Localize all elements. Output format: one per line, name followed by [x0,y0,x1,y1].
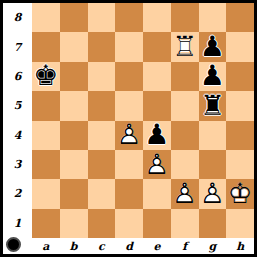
square-a6[interactable]: ♚ [32,62,60,91]
square-e4[interactable]: ♟ [143,121,171,150]
rank-label-7: 7 [3,32,32,61]
white-pawn[interactable]: ♟♙ [200,180,225,208]
pawn-outline: ♙ [144,148,169,181]
board-corner [3,238,32,254]
square-h7[interactable] [226,32,254,61]
square-b5[interactable] [60,91,88,120]
file-label-b: b [60,238,88,254]
white-rook[interactable]: ♜♖ [172,33,197,61]
white-pawn[interactable]: ♟♙ [144,151,169,179]
square-d6[interactable] [115,62,143,91]
square-c5[interactable] [88,91,116,120]
rank-label-1: 1 [3,209,32,238]
square-f2[interactable]: ♟♙ [171,179,199,208]
square-e3[interactable]: ♟♙ [143,150,171,179]
square-d4[interactable]: ♟♙ [115,121,143,150]
white-pawn[interactable]: ♟♙ [117,121,142,149]
file-label-h: h [226,238,254,254]
rank-label-2: 2 [3,179,32,208]
square-a7[interactable] [32,32,60,61]
square-g5[interactable]: ♜ [199,91,227,120]
square-a1[interactable] [32,209,60,238]
square-h5[interactable] [226,91,254,120]
square-d2[interactable] [115,179,143,208]
black-to-move-indicator [6,237,21,252]
square-c4[interactable] [88,121,116,150]
rank-label-6: 6 [3,62,32,91]
square-g2[interactable]: ♟♙ [199,179,227,208]
square-e1[interactable] [143,209,171,238]
square-c8[interactable] [88,3,116,32]
square-b4[interactable] [60,121,88,150]
king-outline: ♔ [228,177,253,210]
square-f7[interactable]: ♜♖ [171,32,199,61]
square-g6[interactable]: ♟ [199,62,227,91]
square-h6[interactable] [226,62,254,91]
square-d3[interactable] [115,150,143,179]
rank-label-3: 3 [3,150,32,179]
square-a5[interactable] [32,91,60,120]
square-f6[interactable] [171,62,199,91]
square-b3[interactable] [60,150,88,179]
square-e8[interactable] [143,3,171,32]
square-d8[interactable] [115,3,143,32]
file-labels: abcdefgh [32,238,254,254]
square-h3[interactable] [226,150,254,179]
square-c1[interactable] [88,209,116,238]
square-c2[interactable] [88,179,116,208]
square-d1[interactable] [115,209,143,238]
square-b2[interactable] [60,179,88,208]
square-e7[interactable] [143,32,171,61]
white-pawn[interactable]: ♟♙ [172,180,197,208]
black-rook[interactable]: ♜ [200,92,225,120]
square-b6[interactable] [60,62,88,91]
black-pawn[interactable]: ♟ [200,62,225,90]
square-h4[interactable] [226,121,254,150]
square-f3[interactable] [171,150,199,179]
pawn-outline: ♙ [172,177,197,210]
file-label-g: g [199,238,227,254]
square-g8[interactable] [199,3,227,32]
square-g7[interactable]: ♟ [199,32,227,61]
square-a3[interactable] [32,150,60,179]
square-a8[interactable] [32,3,60,32]
square-g4[interactable] [199,121,227,150]
pawn-outline: ♙ [200,177,225,210]
diagram-inner: 87654321 ♜♖♟♚♟♜♟♙♟♟♙♟♙♟♙♚♔ abcdefgh [3,3,254,254]
square-h8[interactable] [226,3,254,32]
square-b8[interactable] [60,3,88,32]
rank-label-5: 5 [3,91,32,120]
rank-label-8: 8 [3,3,32,32]
chess-board: ♜♖♟♚♟♜♟♙♟♟♙♟♙♟♙♚♔ [32,3,254,238]
square-a2[interactable] [32,179,60,208]
square-h1[interactable] [226,209,254,238]
file-label-c: c [88,238,116,254]
file-label-d: d [115,238,143,254]
square-c3[interactable] [88,150,116,179]
black-pawn[interactable]: ♟ [200,33,225,61]
square-f1[interactable] [171,209,199,238]
square-d7[interactable] [115,32,143,61]
square-g1[interactable] [199,209,227,238]
square-e5[interactable] [143,91,171,120]
rank-labels: 87654321 [3,3,32,238]
square-h2[interactable]: ♚♔ [226,179,254,208]
rank-label-4: 4 [3,121,32,150]
file-label-e: e [143,238,171,254]
black-pawn[interactable]: ♟ [144,121,169,149]
square-b1[interactable] [60,209,88,238]
file-label-f: f [171,238,199,254]
square-c6[interactable] [88,62,116,91]
square-e6[interactable] [143,62,171,91]
square-a4[interactable] [32,121,60,150]
white-king[interactable]: ♚♔ [228,180,253,208]
square-c7[interactable] [88,32,116,61]
square-f8[interactable] [171,3,199,32]
file-label-a: a [32,238,60,254]
square-f4[interactable] [171,121,199,150]
square-e2[interactable] [143,179,171,208]
rook-outline: ♖ [172,30,197,63]
square-d5[interactable] [115,91,143,120]
black-king[interactable]: ♚ [33,62,58,90]
chess-diagram: 87654321 ♜♖♟♚♟♜♟♙♟♟♙♟♙♟♙♚♔ abcdefgh [0,0,257,257]
square-g3[interactable] [199,150,227,179]
square-b7[interactable] [60,32,88,61]
pawn-outline: ♙ [117,118,142,151]
square-f5[interactable] [171,91,199,120]
